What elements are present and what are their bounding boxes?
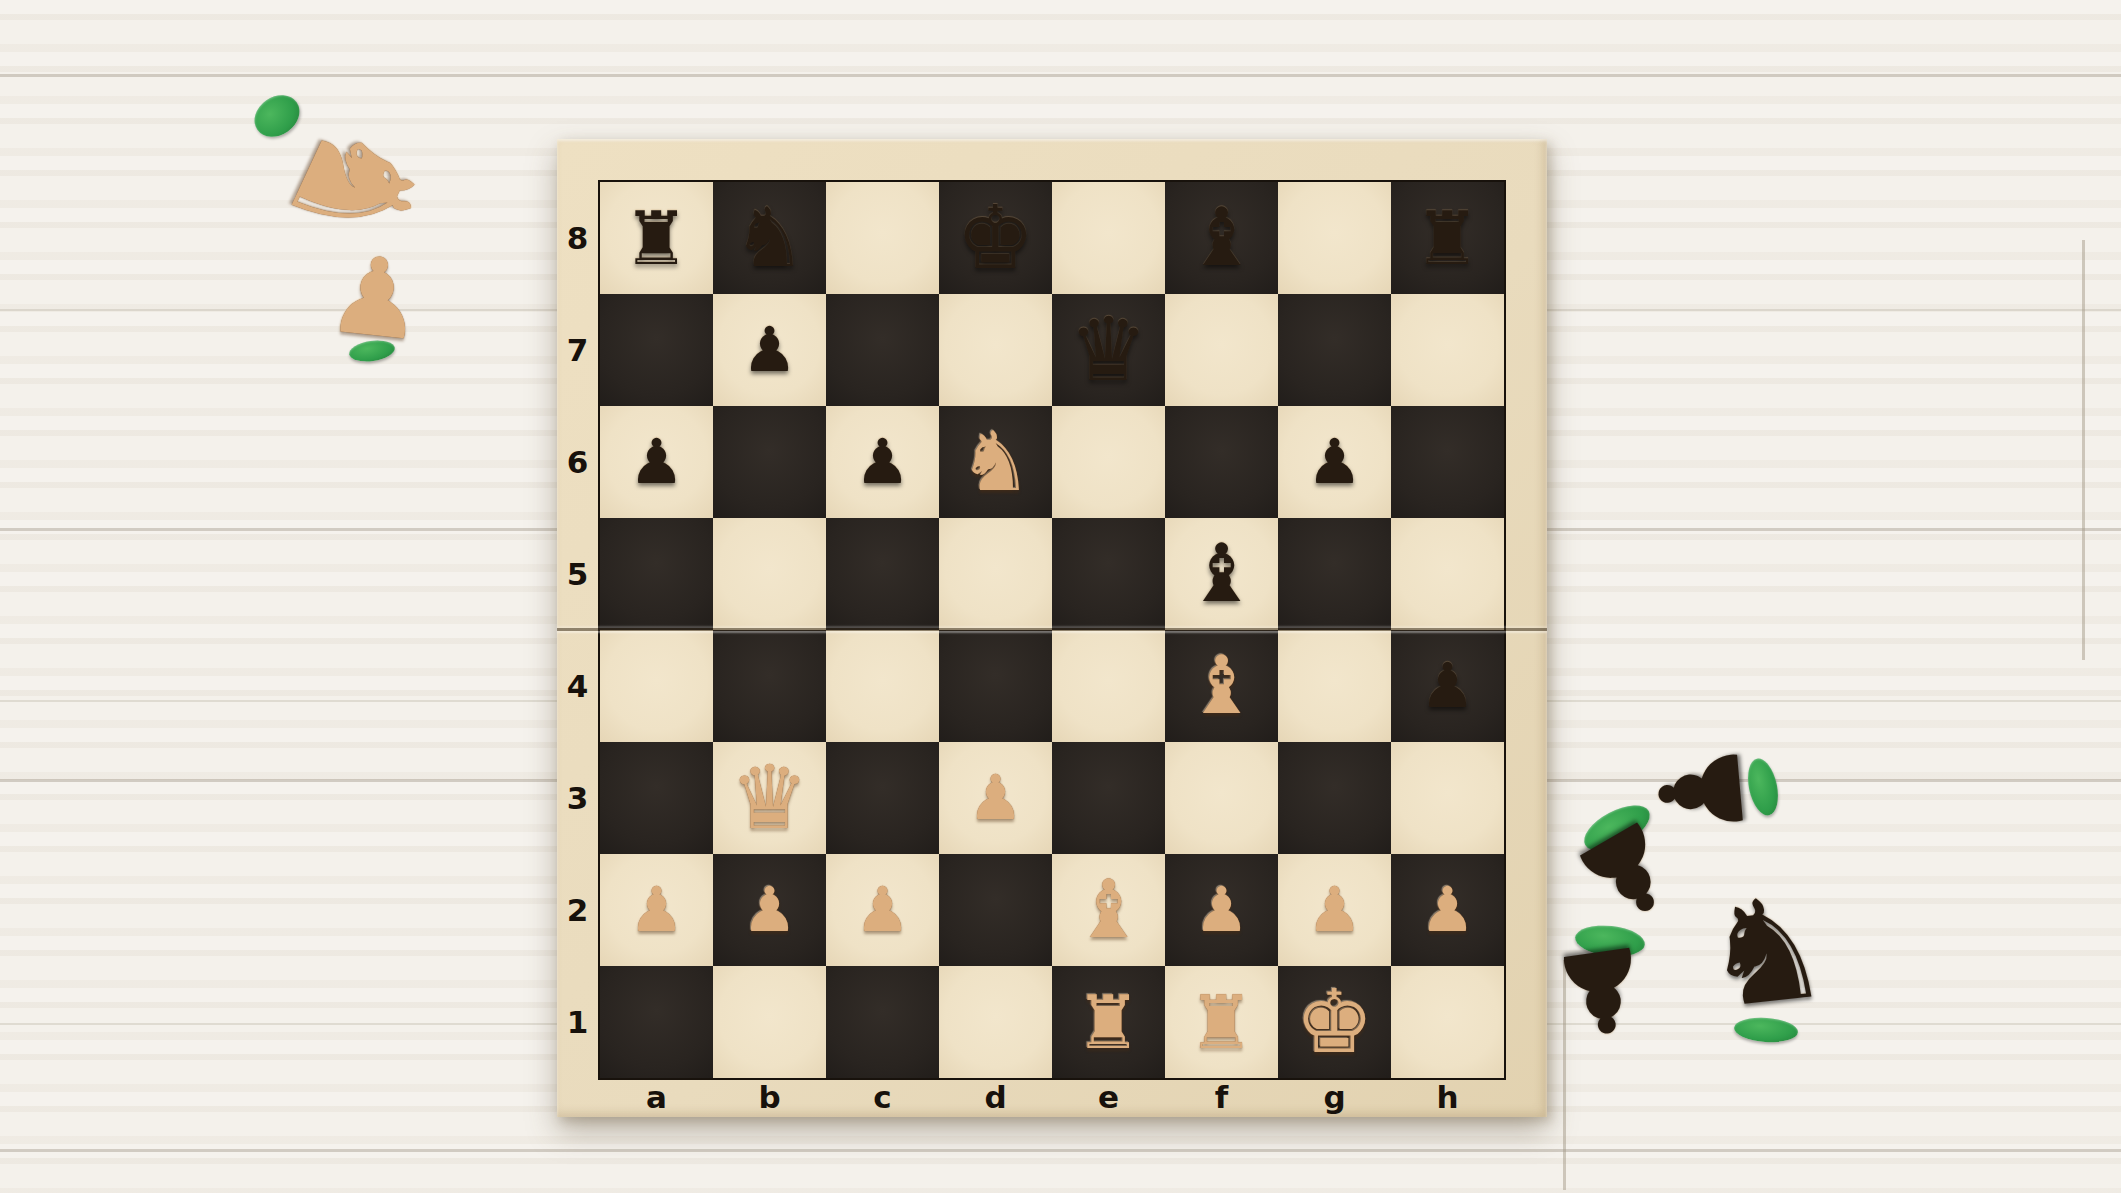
- square-a6[interactable]: ♟: [600, 406, 713, 518]
- square-b2[interactable]: ♟: [713, 854, 826, 966]
- square-b5[interactable]: [713, 518, 826, 630]
- file-label-g: g: [1278, 1078, 1391, 1115]
- file-label-c: c: [826, 1078, 939, 1115]
- square-d6[interactable]: ♞: [939, 406, 1052, 518]
- black-rook-h8[interactable]: ♜: [1414, 201, 1480, 275]
- rank-label-1: 1: [557, 966, 598, 1078]
- square-c1[interactable]: [826, 966, 939, 1078]
- square-c8[interactable]: [826, 182, 939, 294]
- square-h8[interactable]: ♜: [1391, 182, 1504, 294]
- square-h1[interactable]: [1391, 966, 1504, 1078]
- square-d4[interactable]: [939, 630, 1052, 742]
- table-surface: { "game": "chess", "scene": { "descripti…: [0, 0, 2121, 1193]
- square-d1[interactable]: [939, 966, 1052, 1078]
- file-label-a: a: [600, 1078, 713, 1115]
- chessboard: 87654321 abcdefgh ♜♞♚♝♜♟♛♟♟♞♟♝♝♟♛♟♟♟♟♝♟♟…: [557, 139, 1547, 1117]
- rank-label-7: 7: [557, 294, 598, 406]
- file-labels: abcdefgh: [600, 1078, 1504, 1115]
- black-bishop-f5[interactable]: ♝: [1186, 534, 1258, 614]
- white-pawn-b2[interactable]: ♟: [742, 879, 798, 941]
- white-pawn-c2[interactable]: ♟: [855, 879, 911, 941]
- square-a4[interactable]: [600, 630, 713, 742]
- square-h2[interactable]: ♟: [1391, 854, 1504, 966]
- rank-label-5: 5: [557, 518, 598, 630]
- white-knight-d6[interactable]: ♞: [959, 421, 1033, 503]
- black-pawn-b7[interactable]: ♟: [742, 319, 798, 381]
- black-queen-e7[interactable]: ♛: [1069, 306, 1148, 394]
- black-rook-a8[interactable]: ♜: [623, 201, 689, 275]
- square-g7[interactable]: [1278, 294, 1391, 406]
- square-g1[interactable]: ♚: [1278, 966, 1391, 1078]
- file-label-e: e: [1052, 1078, 1165, 1115]
- square-b7[interactable]: ♟: [713, 294, 826, 406]
- square-c4[interactable]: [826, 630, 939, 742]
- square-g5[interactable]: [1278, 518, 1391, 630]
- square-g8[interactable]: [1278, 182, 1391, 294]
- rank-label-8: 8: [557, 182, 598, 294]
- square-e2[interactable]: ♝: [1052, 854, 1165, 966]
- black-pawn-c6[interactable]: ♟: [855, 431, 911, 493]
- white-queen-b3[interactable]: ♛: [730, 754, 809, 842]
- square-g4[interactable]: [1278, 630, 1391, 742]
- square-h6[interactable]: [1391, 406, 1504, 518]
- square-e6[interactable]: [1052, 406, 1165, 518]
- black-bishop-f8[interactable]: ♝: [1186, 198, 1258, 278]
- black-pawn-a6[interactable]: ♟: [629, 431, 685, 493]
- white-pawn-a2[interactable]: ♟: [629, 879, 685, 941]
- square-d5[interactable]: [939, 518, 1052, 630]
- captured-white-pawn: ♟: [322, 239, 430, 357]
- square-d8[interactable]: ♚: [939, 182, 1052, 294]
- square-c5[interactable]: [826, 518, 939, 630]
- square-b3[interactable]: ♛: [713, 742, 826, 854]
- square-g3[interactable]: [1278, 742, 1391, 854]
- white-pawn-g2[interactable]: ♟: [1307, 879, 1363, 941]
- square-f2[interactable]: ♟: [1165, 854, 1278, 966]
- square-b8[interactable]: ♞: [713, 182, 826, 294]
- black-pawn-h4[interactable]: ♟: [1420, 655, 1476, 717]
- file-label-d: d: [939, 1078, 1052, 1115]
- white-rook-e1[interactable]: ♜: [1075, 985, 1141, 1059]
- wood-plank-seam: [0, 74, 2121, 77]
- square-f3[interactable]: [1165, 742, 1278, 854]
- square-c6[interactable]: ♟: [826, 406, 939, 518]
- square-h3[interactable]: [1391, 742, 1504, 854]
- square-c7[interactable]: [826, 294, 939, 406]
- square-e7[interactable]: ♛: [1052, 294, 1165, 406]
- rank-label-4: 4: [557, 630, 598, 742]
- file-label-b: b: [713, 1078, 826, 1115]
- square-a8[interactable]: ♜: [600, 182, 713, 294]
- white-king-g1[interactable]: ♚: [1295, 978, 1374, 1066]
- white-bishop-e2[interactable]: ♝: [1073, 870, 1145, 950]
- captured-black-knight: ♞: [1695, 875, 1836, 1030]
- square-f4[interactable]: ♝: [1165, 630, 1278, 742]
- square-h5[interactable]: [1391, 518, 1504, 630]
- rank-label-6: 6: [557, 406, 598, 518]
- square-f5[interactable]: ♝: [1165, 518, 1278, 630]
- white-bishop-f4[interactable]: ♝: [1186, 646, 1258, 726]
- white-pawn-h2[interactable]: ♟: [1420, 879, 1476, 941]
- square-a5[interactable]: [600, 518, 713, 630]
- square-b4[interactable]: [713, 630, 826, 742]
- square-f6[interactable]: [1165, 406, 1278, 518]
- square-d3[interactable]: ♟: [939, 742, 1052, 854]
- square-b1[interactable]: [713, 966, 826, 1078]
- square-e1[interactable]: ♜: [1052, 966, 1165, 1078]
- square-e8[interactable]: [1052, 182, 1165, 294]
- square-a3[interactable]: [600, 742, 713, 854]
- square-c3[interactable]: [826, 742, 939, 854]
- rank-label-3: 3: [557, 742, 598, 854]
- square-e3[interactable]: [1052, 742, 1165, 854]
- wood-crack: [2082, 240, 2085, 660]
- white-rook-f1[interactable]: ♜: [1188, 985, 1254, 1059]
- square-h4[interactable]: ♟: [1391, 630, 1504, 742]
- board-fold-seam: [557, 628, 1547, 631]
- square-a2[interactable]: ♟: [600, 854, 713, 966]
- captured-black-pawn: ♟: [1544, 929, 1659, 1054]
- square-a1[interactable]: [600, 966, 713, 1078]
- square-c2[interactable]: ♟: [826, 854, 939, 966]
- square-f7[interactable]: [1165, 294, 1278, 406]
- square-e5[interactable]: [1052, 518, 1165, 630]
- square-f8[interactable]: ♝: [1165, 182, 1278, 294]
- black-pawn-g6[interactable]: ♟: [1307, 431, 1363, 493]
- black-king-d8[interactable]: ♚: [956, 194, 1035, 282]
- file-label-f: f: [1165, 1078, 1278, 1115]
- square-d7[interactable]: [939, 294, 1052, 406]
- square-g6[interactable]: ♟: [1278, 406, 1391, 518]
- wood-plank-seam: [0, 1149, 2121, 1152]
- square-f1[interactable]: ♜: [1165, 966, 1278, 1078]
- white-pawn-f2[interactable]: ♟: [1194, 879, 1250, 941]
- black-knight-b8[interactable]: ♞: [733, 197, 807, 279]
- rank-label-2: 2: [557, 854, 598, 966]
- square-b6[interactable]: [713, 406, 826, 518]
- square-h7[interactable]: [1391, 294, 1504, 406]
- file-label-h: h: [1391, 1078, 1504, 1115]
- square-g2[interactable]: ♟: [1278, 854, 1391, 966]
- square-d2[interactable]: [939, 854, 1052, 966]
- square-e4[interactable]: [1052, 630, 1165, 742]
- square-a7[interactable]: [600, 294, 713, 406]
- white-pawn-d3[interactable]: ♟: [968, 767, 1024, 829]
